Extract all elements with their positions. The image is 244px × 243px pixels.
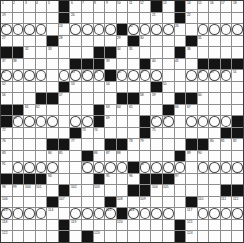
grid-cell[interactable]: [13, 208, 24, 219]
grid-cell[interactable]: [47, 13, 58, 24]
grid-cell[interactable]: 103: [94, 185, 105, 196]
grid-cell[interactable]: [198, 82, 209, 93]
grid-cell[interactable]: 62: [36, 105, 47, 116]
grid-cell[interactable]: [209, 116, 220, 127]
grid-cell[interactable]: [175, 116, 186, 127]
grid-cell[interactable]: [70, 197, 81, 208]
grid-cell[interactable]: [59, 70, 70, 81]
grid-cell[interactable]: [198, 105, 209, 116]
grid-cell[interactable]: [36, 59, 47, 70]
grid-cell[interactable]: 26: [175, 24, 186, 35]
grid-cell[interactable]: 72: [1, 128, 12, 139]
grid-cell[interactable]: [70, 93, 81, 104]
grid-cell[interactable]: [209, 151, 220, 162]
grid-cell[interactable]: [140, 47, 151, 58]
grid-cell[interactable]: 46: [117, 70, 128, 81]
grid-cell[interactable]: 67: [186, 105, 197, 116]
grid-cell[interactable]: 88: [117, 151, 128, 162]
grid-cell[interactable]: [82, 24, 93, 35]
grid-cell[interactable]: [221, 151, 232, 162]
grid-cell[interactable]: [36, 151, 47, 162]
grid-cell[interactable]: [232, 93, 243, 104]
grid-cell[interactable]: [221, 13, 232, 24]
grid-cell[interactable]: 38: [13, 59, 24, 70]
grid-cell[interactable]: [221, 174, 232, 185]
grid-cell[interactable]: [117, 128, 128, 139]
grid-cell[interactable]: [36, 162, 47, 173]
grid-cell[interactable]: [24, 70, 35, 81]
grid-cell[interactable]: 108: [117, 197, 128, 208]
grid-cell[interactable]: [36, 220, 47, 231]
grid-cell[interactable]: [140, 151, 151, 162]
grid-cell[interactable]: [24, 13, 35, 24]
grid-cell[interactable]: [175, 197, 186, 208]
grid-cell[interactable]: 102: [70, 185, 81, 196]
grid-cell[interactable]: [128, 220, 139, 231]
grid-cell[interactable]: [82, 93, 93, 104]
grid-cell[interactable]: [232, 105, 243, 116]
grid-cell[interactable]: [70, 36, 81, 47]
grid-cell[interactable]: [232, 162, 243, 173]
grid-cell[interactable]: [198, 24, 209, 35]
grid-cell[interactable]: [198, 185, 209, 196]
grid-cell[interactable]: [94, 220, 105, 231]
grid-cell[interactable]: 48: [198, 70, 209, 81]
grid-cell[interactable]: [13, 231, 24, 242]
grid-cell[interactable]: [186, 174, 197, 185]
grid-cell[interactable]: 4: [36, 1, 47, 12]
grid-cell[interactable]: [128, 151, 139, 162]
grid-cell[interactable]: [163, 162, 174, 173]
grid-cell[interactable]: 124: [186, 231, 197, 242]
grid-cell[interactable]: [94, 36, 105, 47]
grid-cell[interactable]: [59, 59, 70, 70]
grid-cell[interactable]: [36, 197, 47, 208]
grid-cell[interactable]: 63: [105, 105, 116, 116]
grid-cell[interactable]: [209, 93, 220, 104]
grid-cell[interactable]: [140, 220, 151, 231]
grid-cell[interactable]: 115: [105, 208, 116, 219]
grid-cell[interactable]: [151, 47, 162, 58]
grid-cell[interactable]: [24, 139, 35, 150]
grid-cell[interactable]: [151, 151, 162, 162]
grid-cell[interactable]: 31: [198, 36, 209, 47]
grid-cell[interactable]: [163, 220, 174, 231]
grid-cell[interactable]: [209, 13, 220, 24]
grid-cell[interactable]: [47, 162, 58, 173]
grid-cell[interactable]: 91: [1, 162, 12, 173]
grid-cell[interactable]: [47, 128, 58, 139]
grid-cell[interactable]: [151, 208, 162, 219]
grid-cell[interactable]: 84: [47, 151, 58, 162]
grid-cell[interactable]: 33: [47, 47, 58, 58]
grid-cell[interactable]: [59, 128, 70, 139]
grid-cell[interactable]: [13, 151, 24, 162]
grid-cell[interactable]: [163, 231, 174, 242]
grid-cell[interactable]: [105, 36, 116, 47]
grid-cell[interactable]: [82, 220, 93, 231]
grid-cell[interactable]: [128, 197, 139, 208]
grid-cell[interactable]: [163, 128, 174, 139]
grid-cell[interactable]: [82, 174, 93, 185]
grid-cell[interactable]: 2: [13, 1, 24, 12]
grid-cell[interactable]: [221, 105, 232, 116]
grid-cell[interactable]: 54: [105, 82, 116, 93]
grid-cell[interactable]: 110: [198, 197, 209, 208]
grid-cell[interactable]: [24, 59, 35, 70]
grid-cell[interactable]: [163, 36, 174, 47]
grid-cell[interactable]: [82, 36, 93, 47]
grid-cell[interactable]: [70, 231, 81, 242]
grid-cell[interactable]: [151, 220, 162, 231]
grid-cell[interactable]: [47, 59, 58, 70]
grid-cell[interactable]: 32: [24, 47, 35, 58]
grid-cell[interactable]: [82, 82, 93, 93]
grid-cell[interactable]: [82, 47, 93, 58]
grid-cell[interactable]: 41: [175, 59, 186, 70]
grid-cell[interactable]: [198, 231, 209, 242]
grid-cell[interactable]: 66: [175, 105, 186, 116]
grid-cell[interactable]: 90: [198, 151, 209, 162]
grid-cell[interactable]: 111: [221, 197, 232, 208]
grid-cell[interactable]: 12: [140, 1, 151, 12]
grid-cell[interactable]: [128, 128, 139, 139]
grid-cell[interactable]: [175, 36, 186, 47]
grid-cell[interactable]: [94, 24, 105, 35]
grid-cell[interactable]: [47, 24, 58, 35]
grid-cell[interactable]: [59, 47, 70, 58]
grid-cell[interactable]: [94, 13, 105, 24]
grid-cell[interactable]: 47: [140, 70, 151, 81]
grid-cell[interactable]: 92: [82, 162, 93, 173]
grid-cell[interactable]: 97: [175, 174, 186, 185]
grid-cell[interactable]: [175, 128, 186, 139]
grid-cell[interactable]: 68: [13, 116, 24, 127]
grid-cell[interactable]: [94, 139, 105, 150]
grid-cell[interactable]: [82, 116, 93, 127]
grid-cell[interactable]: 71: [163, 116, 174, 127]
grid-cell[interactable]: [128, 231, 139, 242]
grid-cell[interactable]: [117, 162, 128, 173]
grid-cell[interactable]: 107: [59, 197, 70, 208]
grid-cell[interactable]: 117: [186, 208, 197, 219]
grid-cell[interactable]: [94, 93, 105, 104]
grid-cell[interactable]: [209, 47, 220, 58]
grid-cell[interactable]: 79: [140, 139, 151, 150]
grid-cell[interactable]: [13, 36, 24, 47]
grid-cell[interactable]: [13, 139, 24, 150]
grid-cell[interactable]: 49: [209, 70, 220, 81]
grid-cell[interactable]: [59, 116, 70, 127]
grid-cell[interactable]: [117, 82, 128, 93]
grid-cell[interactable]: [128, 116, 139, 127]
grid-cell[interactable]: 82: [232, 139, 243, 150]
grid-cell[interactable]: [221, 36, 232, 47]
grid-cell[interactable]: 18: [232, 1, 243, 12]
grid-cell[interactable]: [198, 220, 209, 231]
grid-cell[interactable]: 104: [151, 185, 162, 196]
grid-cell[interactable]: [221, 82, 232, 93]
grid-cell[interactable]: [186, 59, 197, 70]
grid-cell[interactable]: 51: [232, 70, 243, 81]
grid-cell[interactable]: [24, 116, 35, 127]
grid-cell[interactable]: 17: [221, 1, 232, 12]
grid-cell[interactable]: [175, 82, 186, 93]
grid-cell[interactable]: 59: [151, 93, 162, 104]
grid-cell[interactable]: [151, 36, 162, 47]
grid-cell[interactable]: [13, 70, 24, 81]
grid-cell[interactable]: [186, 185, 197, 196]
grid-cell[interactable]: 114: [47, 208, 58, 219]
grid-cell[interactable]: 65: [128, 105, 139, 116]
grid-cell[interactable]: 89: [186, 151, 197, 162]
grid-cell[interactable]: 45: [94, 70, 105, 81]
grid-cell[interactable]: [232, 24, 243, 35]
grid-cell[interactable]: [70, 105, 81, 116]
grid-cell[interactable]: 55: [163, 82, 174, 93]
grid-cell[interactable]: [198, 47, 209, 58]
grid-cell[interactable]: 13: [163, 1, 174, 12]
grid-cell[interactable]: [140, 13, 151, 24]
grid-cell[interactable]: [232, 151, 243, 162]
grid-cell[interactable]: [59, 162, 70, 173]
grid-cell[interactable]: [13, 128, 24, 139]
grid-cell[interactable]: [163, 151, 174, 162]
grid-cell[interactable]: 100: [24, 185, 35, 196]
grid-cell[interactable]: [70, 24, 81, 35]
grid-cell[interactable]: [59, 174, 70, 185]
grid-cell[interactable]: 14: [186, 1, 197, 12]
grid-cell[interactable]: [36, 231, 47, 242]
grid-cell[interactable]: [140, 231, 151, 242]
grid-cell[interactable]: 95: [105, 174, 116, 185]
grid-cell[interactable]: 24: [59, 24, 70, 35]
grid-cell[interactable]: [24, 231, 35, 242]
grid-cell[interactable]: [209, 220, 220, 231]
grid-cell[interactable]: 109: [140, 197, 151, 208]
grid-cell[interactable]: [47, 105, 58, 116]
grid-cell[interactable]: [186, 162, 197, 173]
grid-cell[interactable]: 57: [59, 93, 70, 104]
grid-cell[interactable]: 99: [13, 185, 24, 196]
grid-cell[interactable]: [105, 185, 116, 196]
grid-cell[interactable]: [117, 59, 128, 70]
grid-cell[interactable]: 106: [1, 197, 12, 208]
grid-cell[interactable]: 35: [128, 47, 139, 58]
grid-cell[interactable]: [94, 162, 105, 173]
grid-cell[interactable]: [105, 24, 116, 35]
grid-cell[interactable]: 29: [117, 36, 128, 47]
grid-cell[interactable]: 53: [70, 82, 81, 93]
grid-cell[interactable]: [24, 151, 35, 162]
grid-cell[interactable]: 28: [59, 36, 70, 47]
grid-cell[interactable]: [198, 128, 209, 139]
grid-cell[interactable]: 3: [24, 1, 35, 12]
grid-cell[interactable]: [47, 82, 58, 93]
grid-cell[interactable]: 87: [105, 151, 116, 162]
grid-cell[interactable]: 6: [70, 1, 81, 12]
grid-cell[interactable]: 11: [128, 1, 139, 12]
grid-cell[interactable]: [47, 185, 58, 196]
grid-cell[interactable]: [70, 208, 81, 219]
grid-cell[interactable]: 9: [105, 1, 116, 12]
grid-cell[interactable]: 20: [70, 13, 81, 24]
grid-cell[interactable]: 83: [1, 151, 12, 162]
grid-cell[interactable]: [128, 82, 139, 93]
grid-cell[interactable]: 50: [221, 70, 232, 81]
grid-cell[interactable]: [24, 24, 35, 35]
grid-cell[interactable]: 7: [82, 1, 93, 12]
grid-cell[interactable]: 121: [186, 220, 197, 231]
grid-cell[interactable]: 73: [82, 128, 93, 139]
grid-cell[interactable]: [232, 13, 243, 24]
grid-cell[interactable]: [94, 197, 105, 208]
grid-cell[interactable]: [105, 13, 116, 24]
grid-cell[interactable]: [105, 231, 116, 242]
grid-cell[interactable]: [13, 197, 24, 208]
grid-cell[interactable]: 22: [186, 13, 197, 24]
grid-cell[interactable]: [198, 174, 209, 185]
grid-cell[interactable]: [232, 82, 243, 93]
grid-cell[interactable]: 112: [232, 197, 243, 208]
grid-cell[interactable]: 119: [70, 220, 81, 231]
grid-cell[interactable]: 56: [1, 93, 12, 104]
grid-cell[interactable]: [221, 162, 232, 173]
grid-cell[interactable]: [209, 82, 220, 93]
grid-cell[interactable]: [151, 197, 162, 208]
grid-cell[interactable]: [70, 47, 81, 58]
grid-cell[interactable]: 80: [209, 139, 220, 150]
grid-cell[interactable]: [13, 93, 24, 104]
grid-cell[interactable]: [151, 70, 162, 81]
grid-cell[interactable]: [94, 208, 105, 219]
grid-cell[interactable]: [70, 151, 81, 162]
grid-cell[interactable]: [209, 185, 220, 196]
grid-cell[interactable]: [163, 13, 174, 24]
grid-cell[interactable]: [209, 162, 220, 173]
grid-cell[interactable]: 105: [163, 185, 174, 196]
grid-cell[interactable]: [13, 24, 24, 35]
grid-cell[interactable]: [163, 59, 174, 70]
grid-cell[interactable]: [151, 139, 162, 150]
grid-cell[interactable]: [82, 139, 93, 150]
grid-cell[interactable]: 43: [70, 70, 81, 81]
grid-cell[interactable]: [128, 59, 139, 70]
grid-cell[interactable]: 116: [128, 208, 139, 219]
grid-cell[interactable]: [70, 116, 81, 127]
grid-cell[interactable]: 77: [70, 139, 81, 150]
grid-cell[interactable]: [232, 220, 243, 231]
grid-cell[interactable]: [24, 36, 35, 47]
grid-cell[interactable]: 122: [1, 231, 12, 242]
grid-cell[interactable]: 64: [117, 105, 128, 116]
grid-cell[interactable]: [186, 116, 197, 127]
grid-cell[interactable]: [24, 197, 35, 208]
grid-cell[interactable]: 123: [94, 231, 105, 242]
grid-cell[interactable]: [24, 82, 35, 93]
grid-cell[interactable]: 21: [151, 13, 162, 24]
grid-cell[interactable]: [36, 24, 47, 35]
grid-cell[interactable]: 25: [128, 24, 139, 35]
grid-cell[interactable]: [209, 24, 220, 35]
grid-cell[interactable]: [186, 70, 197, 81]
grid-cell[interactable]: [163, 93, 174, 104]
grid-cell[interactable]: [117, 116, 128, 127]
grid-cell[interactable]: [13, 220, 24, 231]
grid-cell[interactable]: [163, 47, 174, 58]
grid-cell[interactable]: [221, 116, 232, 127]
grid-cell[interactable]: 58: [140, 93, 151, 104]
grid-cell[interactable]: 16: [209, 1, 220, 12]
grid-cell[interactable]: 37: [1, 59, 12, 70]
grid-cell[interactable]: 44: [82, 70, 93, 81]
grid-cell[interactable]: [36, 13, 47, 24]
grid-cell[interactable]: 39: [105, 59, 116, 70]
grid-cell[interactable]: [140, 105, 151, 116]
grid-cell[interactable]: 5: [47, 1, 58, 12]
grid-cell[interactable]: [221, 47, 232, 58]
grid-cell[interactable]: [59, 105, 70, 116]
grid-cell[interactable]: [163, 208, 174, 219]
grid-cell[interactable]: 120: [117, 220, 128, 231]
grid-cell[interactable]: 60: [198, 93, 209, 104]
grid-cell[interactable]: [105, 162, 116, 173]
grid-cell[interactable]: 70: [151, 116, 162, 127]
grid-cell[interactable]: [47, 231, 58, 242]
grid-cell[interactable]: [209, 174, 220, 185]
grid-cell[interactable]: [221, 208, 232, 219]
grid-cell[interactable]: [82, 13, 93, 24]
grid-cell[interactable]: [232, 208, 243, 219]
grid-cell[interactable]: 69: [105, 116, 116, 127]
grid-cell[interactable]: 94: [47, 174, 58, 185]
grid-cell[interactable]: [140, 24, 151, 35]
grid-cell[interactable]: [128, 13, 139, 24]
grid-cell[interactable]: 15: [198, 1, 209, 12]
grid-cell[interactable]: [221, 231, 232, 242]
grid-cell[interactable]: [36, 70, 47, 81]
grid-cell[interactable]: [151, 105, 162, 116]
grid-cell[interactable]: [47, 220, 58, 231]
grid-cell[interactable]: [24, 220, 35, 231]
grid-cell[interactable]: [163, 24, 174, 35]
grid-cell[interactable]: [24, 128, 35, 139]
grid-cell[interactable]: 74: [94, 128, 105, 139]
grid-cell[interactable]: 93: [140, 162, 151, 173]
grid-cell[interactable]: [117, 185, 128, 196]
grid-cell[interactable]: [198, 162, 209, 173]
grid-cell[interactable]: 30: [140, 36, 151, 47]
grid-cell[interactable]: [105, 220, 116, 231]
grid-cell[interactable]: [163, 197, 174, 208]
grid-cell[interactable]: 98: [1, 185, 12, 196]
grid-cell[interactable]: [175, 208, 186, 219]
grid-cell[interactable]: [82, 185, 93, 196]
grid-cell[interactable]: 81: [221, 139, 232, 150]
grid-cell[interactable]: [94, 82, 105, 93]
grid-cell[interactable]: 1: [1, 1, 12, 12]
grid-cell[interactable]: [209, 197, 220, 208]
grid-cell[interactable]: [175, 162, 186, 173]
grid-cell[interactable]: [24, 162, 35, 173]
grid-cell[interactable]: [175, 70, 186, 81]
grid-cell[interactable]: [36, 128, 47, 139]
grid-cell[interactable]: [36, 47, 47, 58]
grid-cell[interactable]: 36: [186, 47, 197, 58]
grid-cell[interactable]: 10: [117, 1, 128, 12]
grid-cell[interactable]: 27: [1, 36, 12, 47]
grid-cell[interactable]: [140, 82, 151, 93]
